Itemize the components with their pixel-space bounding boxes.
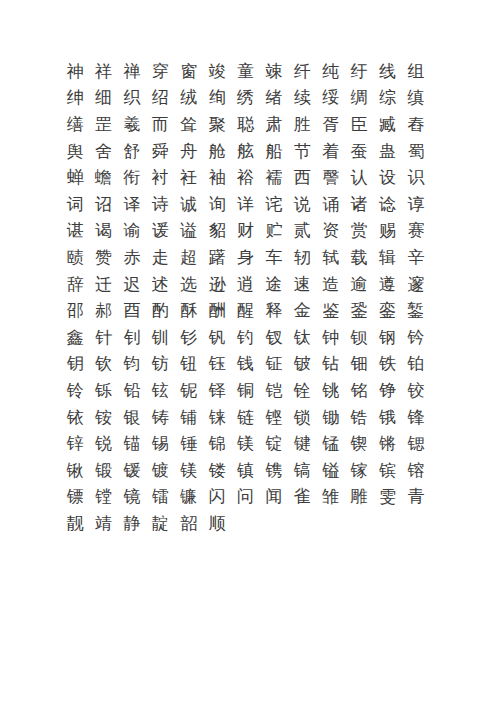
grid-cell: 绚 xyxy=(203,85,231,112)
grid-cell: 铂 xyxy=(402,351,430,378)
grid-cell: 问 xyxy=(231,484,259,511)
grid-cell: 钲 xyxy=(260,351,288,378)
grid-cell: 迁 xyxy=(89,271,117,298)
grid-cell: 锆 xyxy=(345,404,373,431)
grid-cell: 镖 xyxy=(61,484,89,511)
grid-cell: 蚕 xyxy=(345,138,373,165)
grid-cell: 逊 xyxy=(203,271,231,298)
grid-cell: 铿 xyxy=(260,404,288,431)
grid-cell: 镂 xyxy=(203,457,231,484)
grid-cell: 钰 xyxy=(203,351,231,378)
grid-cell: 镇 xyxy=(231,457,259,484)
grid-cell: 着 xyxy=(317,138,345,165)
grid-cell: 财 xyxy=(231,218,259,245)
grid-cell: 钿 xyxy=(345,351,373,378)
grid-cell: 舒 xyxy=(118,138,146,165)
grid-cell: 锦 xyxy=(203,430,231,457)
grid-cell: 铃 xyxy=(61,377,89,404)
grid-cell: 镀 xyxy=(146,457,174,484)
grid-cell: 镁 xyxy=(175,457,203,484)
grid-cell: 鉴 xyxy=(317,297,345,324)
grid-cell: 铄 xyxy=(89,377,117,404)
grid-cell: 诵 xyxy=(317,191,345,218)
grid-cell: 超 xyxy=(175,244,203,271)
grid-cell: 铫 xyxy=(317,377,345,404)
grid-cell: 舍 xyxy=(89,138,117,165)
grid-cell: 酬 xyxy=(203,297,231,324)
grid-cell: 缮 xyxy=(61,111,89,138)
grid-cell: 钐 xyxy=(175,324,203,351)
grid-cell: 车 xyxy=(260,244,288,271)
grid-cell: 锭 xyxy=(260,430,288,457)
grid-cell: 细 xyxy=(89,85,117,112)
grid-cell: 设 xyxy=(373,164,401,191)
grid-cell: 铱 xyxy=(61,404,89,431)
grid-cell: 臧 xyxy=(373,111,401,138)
grid-cell: 绪 xyxy=(260,85,288,112)
grid-cell: 轼 xyxy=(317,244,345,271)
grid-cell: 钊 xyxy=(118,324,146,351)
grid-cell: 铅 xyxy=(118,377,146,404)
grid-cell: 躇 xyxy=(203,244,231,271)
grid-cell: 载 xyxy=(345,244,373,271)
grid-cell: 钓 xyxy=(231,324,259,351)
grid-cell: 节 xyxy=(288,138,316,165)
grid-cell: 竦 xyxy=(260,58,288,85)
grid-cell: 说 xyxy=(288,191,316,218)
grid-cell: 途 xyxy=(260,271,288,298)
grid-cell: 醒 xyxy=(231,297,259,324)
grid-cell: 钢 xyxy=(373,324,401,351)
grid-cell: 资 xyxy=(317,218,345,245)
grid-cell: 邵 xyxy=(61,297,89,324)
grid-cell: 雕 xyxy=(345,484,373,511)
grid-cell: 青 xyxy=(402,484,430,511)
grid-cell: 衽 xyxy=(175,164,203,191)
grid-cell: 迟 xyxy=(118,271,146,298)
grid-cell: 逾 xyxy=(345,271,373,298)
grid-cell: 谒 xyxy=(89,218,117,245)
grid-cell: 遵 xyxy=(373,271,401,298)
grid-cell: 钻 xyxy=(317,351,345,378)
grid-cell: 童 xyxy=(231,58,259,85)
grid-cell: 诏 xyxy=(89,191,117,218)
grid-cell: 謦 xyxy=(317,164,345,191)
grid-cell: 铮 xyxy=(373,377,401,404)
grid-cell: 神 xyxy=(61,58,89,85)
grid-cell: 赤 xyxy=(118,244,146,271)
grid-cell: 铺 xyxy=(175,404,203,431)
grid-cell: 铵 xyxy=(89,404,117,431)
grid-cell: 速 xyxy=(288,271,316,298)
grid-cell: 锻 xyxy=(89,457,117,484)
grid-cell: 胜 xyxy=(288,111,316,138)
grid-cell: 钮 xyxy=(175,351,203,378)
grid-cell: 铁 xyxy=(373,351,401,378)
grid-cell: 谌 xyxy=(61,218,89,245)
grid-cell: 钒 xyxy=(203,324,231,351)
grid-cell: 银 xyxy=(118,404,146,431)
grid-cell: 蜀 xyxy=(402,138,430,165)
grid-cell: 辛 xyxy=(402,244,430,271)
grid-cell: 窗 xyxy=(175,58,203,85)
grid-cell: 舟 xyxy=(175,138,203,165)
grid-cell: 诗 xyxy=(146,191,174,218)
grid-cell: 锾 xyxy=(118,457,146,484)
grid-cell: 袖 xyxy=(203,164,231,191)
grid-cell: 靓 xyxy=(61,510,89,537)
grid-cell: 续 xyxy=(288,85,316,112)
grid-cell: 锶 xyxy=(402,430,430,457)
grid-cell: 襦 xyxy=(260,164,288,191)
grid-cell: 貂 xyxy=(203,218,231,245)
grid-cell: 纯 xyxy=(317,58,345,85)
grid-cell: 绍 xyxy=(146,85,174,112)
grid-cell: 钥 xyxy=(61,351,89,378)
grid-cell: 镭 xyxy=(146,484,174,511)
grid-cell: 钏 xyxy=(146,324,174,351)
grid-cell: 铭 xyxy=(345,377,373,404)
grid-cell: 绣 xyxy=(231,85,259,112)
grid-cell: 雯 xyxy=(373,484,401,511)
grid-cell: 赐 xyxy=(373,218,401,245)
grid-cell: 辞 xyxy=(61,271,89,298)
grid-cell: 船 xyxy=(260,138,288,165)
grid-cell: 贮 xyxy=(260,218,288,245)
grid-cell: 肃 xyxy=(260,111,288,138)
grid-cell: 诚 xyxy=(175,191,203,218)
grid-cell: 钗 xyxy=(260,324,288,351)
grid-cell: 选 xyxy=(175,271,203,298)
grid-cell: 靛 xyxy=(146,510,174,537)
grid-cell: 锄 xyxy=(317,404,345,431)
grid-cell: 赏 xyxy=(345,218,373,245)
grid-cell: 金 xyxy=(288,297,316,324)
grid-cell: 锌 xyxy=(61,430,89,457)
grid-cell: 详 xyxy=(231,191,259,218)
grid-cell: 镕 xyxy=(402,457,430,484)
grid-cell: 认 xyxy=(345,164,373,191)
grid-cell: 综 xyxy=(373,85,401,112)
character-grid: 神祥禅穿窗竣童竦纤纯纡线组绅细织绍绒绚绣绪续绥绸综缜缮罡羲而耸聚聪肃胜胥臣臧舂舆… xyxy=(61,58,430,537)
grid-cell: 邃 xyxy=(402,271,430,298)
grid-cell: 谕 xyxy=(118,218,146,245)
grid-cell: 词 xyxy=(61,191,89,218)
grid-cell: 赛 xyxy=(402,218,430,245)
grid-cell: 走 xyxy=(146,244,174,271)
grid-cell: 铠 xyxy=(260,377,288,404)
grid-cell: 铸 xyxy=(146,404,174,431)
grid-cell: 镗 xyxy=(89,484,117,511)
grid-cell: 钛 xyxy=(288,324,316,351)
grid-cell: 钦 xyxy=(89,351,117,378)
grid-cell: 赜 xyxy=(61,244,89,271)
grid-cell: 羲 xyxy=(118,111,146,138)
grid-cell: 谂 xyxy=(373,191,401,218)
grid-cell: 顺 xyxy=(203,510,231,537)
grid-cell: 镌 xyxy=(260,457,288,484)
grid-cell: 镁 xyxy=(231,430,259,457)
grid-cell: 舱 xyxy=(203,138,231,165)
grid-cell: 錾 xyxy=(402,297,430,324)
grid-cell: 臣 xyxy=(345,111,373,138)
grid-cell: 蟾 xyxy=(89,164,117,191)
grid-cell: 绒 xyxy=(175,85,203,112)
grid-cell: 罡 xyxy=(89,111,117,138)
grid-cell: 雀 xyxy=(288,484,316,511)
grid-cell: 胥 xyxy=(317,111,345,138)
grid-cell: 铨 xyxy=(288,377,316,404)
grid-cell: 辑 xyxy=(373,244,401,271)
grid-cell: 铉 xyxy=(146,377,174,404)
grid-cell: 译 xyxy=(118,191,146,218)
grid-cell: 銎 xyxy=(345,297,373,324)
grid-cell: 键 xyxy=(288,430,316,457)
grid-cell: 銮 xyxy=(373,297,401,324)
grid-cell: 聚 xyxy=(203,111,231,138)
grid-cell: 纤 xyxy=(288,58,316,85)
grid-cell: 锤 xyxy=(175,430,203,457)
grid-cell: 询 xyxy=(203,191,231,218)
grid-cell: 锵 xyxy=(373,430,401,457)
grid-cell: 锐 xyxy=(89,430,117,457)
grid-cell: 酌 xyxy=(146,297,174,324)
grid-cell: 镐 xyxy=(288,457,316,484)
grid-cell: 西 xyxy=(288,164,316,191)
grid-cell: 聪 xyxy=(231,111,259,138)
grid-cell: 钤 xyxy=(402,324,430,351)
grid-cell: 织 xyxy=(118,85,146,112)
grid-cell: 造 xyxy=(317,271,345,298)
grid-cell: 舆 xyxy=(61,138,89,165)
grid-cell: 链 xyxy=(231,404,259,431)
grid-cell: 禅 xyxy=(118,58,146,85)
grid-cell: 组 xyxy=(402,58,430,85)
grid-cell: 镓 xyxy=(345,457,373,484)
grid-cell: 郝 xyxy=(89,297,117,324)
grid-cell: 韶 xyxy=(175,510,203,537)
grid-cell: 轫 xyxy=(288,244,316,271)
grid-cell: 鑫 xyxy=(61,324,89,351)
grid-cell: 身 xyxy=(231,244,259,271)
grid-cell: 蛊 xyxy=(373,138,401,165)
grid-cell: 缜 xyxy=(402,85,430,112)
grid-cell: 赞 xyxy=(89,244,117,271)
grid-cell: 钟 xyxy=(317,324,345,351)
grid-cell: 舜 xyxy=(146,138,174,165)
grid-cell: 衬 xyxy=(146,164,174,191)
grid-cell: 舷 xyxy=(231,138,259,165)
grid-cell: 铰 xyxy=(402,377,430,404)
grid-cell: 雏 xyxy=(317,484,345,511)
grid-cell: 钱 xyxy=(231,351,259,378)
grid-cell: 述 xyxy=(146,271,174,298)
grid-cell: 铌 xyxy=(175,377,203,404)
grid-cell: 而 xyxy=(146,111,174,138)
grid-cell: 释 xyxy=(260,297,288,324)
grid-cell: 铼 xyxy=(203,404,231,431)
grid-cell: 竣 xyxy=(203,58,231,85)
grid-cell: 锲 xyxy=(345,430,373,457)
grid-cell: 谖 xyxy=(146,218,174,245)
grid-cell: 铎 xyxy=(203,377,231,404)
grid-cell: 谥 xyxy=(175,218,203,245)
grid-cell: 裕 xyxy=(231,164,259,191)
grid-cell: 贰 xyxy=(288,218,316,245)
grid-cell: 逍 xyxy=(231,271,259,298)
grid-cell: 识 xyxy=(402,164,430,191)
grid-cell: 耸 xyxy=(175,111,203,138)
grid-cell: 锁 xyxy=(288,404,316,431)
grid-cell: 钫 xyxy=(146,351,174,378)
grid-cell: 祥 xyxy=(89,58,117,85)
document-page: 神祥禅穿窗竣童竦纤纯纡线组绅细织绍绒绚绣绪续绥绸综缜缮罡羲而耸聚聪肃胜胥臣臧舂舆… xyxy=(0,0,500,707)
grid-cell: 锡 xyxy=(146,430,174,457)
grid-cell: 锇 xyxy=(373,404,401,431)
grid-cell: 谆 xyxy=(402,191,430,218)
grid-cell: 静 xyxy=(118,510,146,537)
grid-cell: 针 xyxy=(89,324,117,351)
grid-cell: 靖 xyxy=(89,510,117,537)
grid-cell: 纡 xyxy=(345,58,373,85)
grid-cell: 锹 xyxy=(61,457,89,484)
grid-cell: 锋 xyxy=(402,404,430,431)
grid-cell: 线 xyxy=(373,58,401,85)
grid-cell: 钧 xyxy=(118,351,146,378)
grid-cell: 穿 xyxy=(146,58,174,85)
grid-cell: 绥 xyxy=(317,85,345,112)
grid-cell: 镜 xyxy=(118,484,146,511)
grid-cell: 蝉 xyxy=(61,164,89,191)
grid-cell: 绸 xyxy=(345,85,373,112)
grid-cell: 镔 xyxy=(373,457,401,484)
grid-cell: 舂 xyxy=(402,111,430,138)
grid-cell: 铍 xyxy=(288,351,316,378)
grid-cell: 锚 xyxy=(118,430,146,457)
grid-cell: 酥 xyxy=(175,297,203,324)
grid-cell: 绅 xyxy=(61,85,89,112)
grid-cell: 镒 xyxy=(317,457,345,484)
grid-cell: 钡 xyxy=(345,324,373,351)
grid-cell: 铜 xyxy=(231,377,259,404)
grid-cell: 诸 xyxy=(345,191,373,218)
grid-cell: 闻 xyxy=(260,484,288,511)
grid-cell: 镰 xyxy=(175,484,203,511)
grid-cell: 衔 xyxy=(118,164,146,191)
grid-cell: 闪 xyxy=(203,484,231,511)
grid-cell: 锰 xyxy=(317,430,345,457)
grid-cell: 酉 xyxy=(118,297,146,324)
grid-cell: 诧 xyxy=(260,191,288,218)
